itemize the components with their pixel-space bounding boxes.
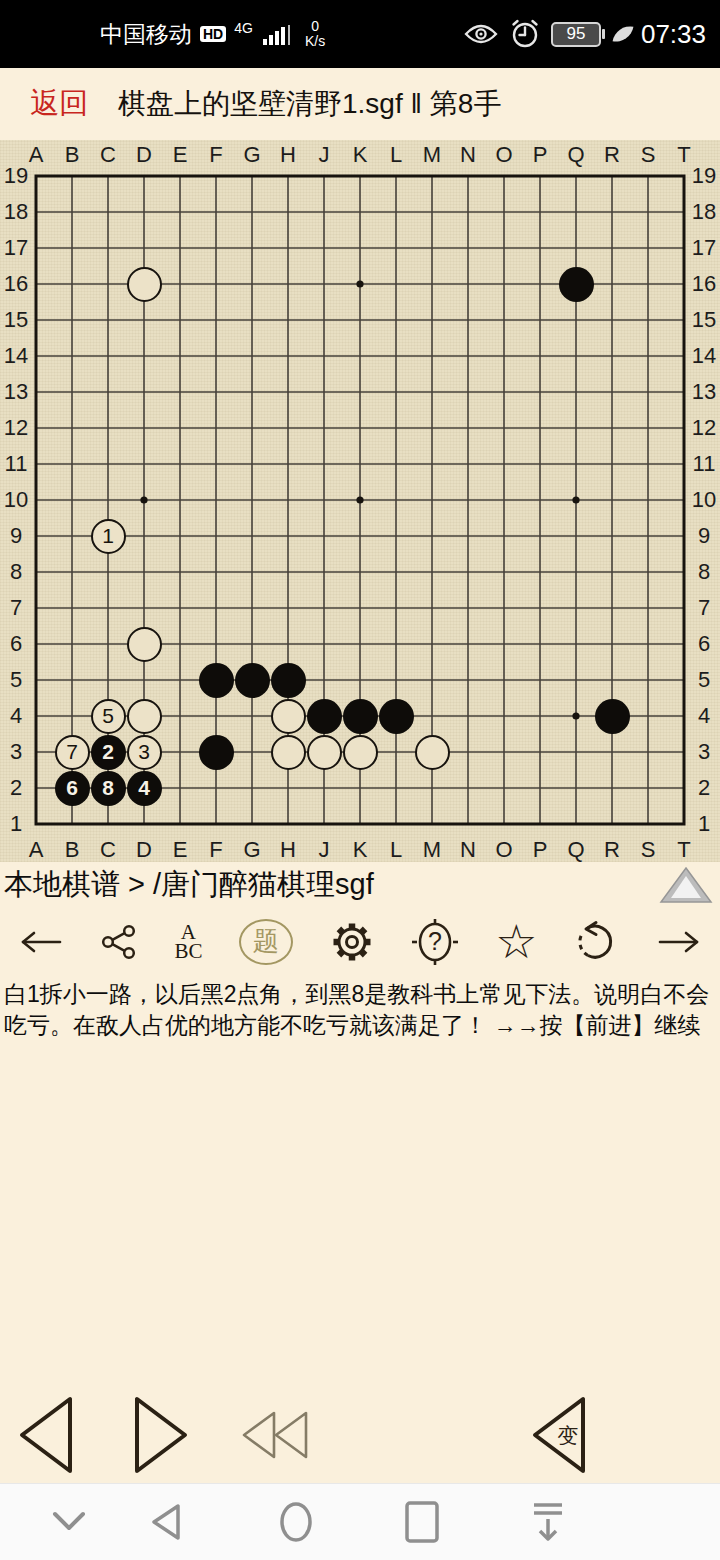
- abc-line2: BC: [174, 942, 202, 961]
- empty-area: [0, 1049, 720, 1387]
- coord-label: 18: [688, 199, 720, 225]
- coord-label: 12: [0, 415, 32, 441]
- coord-label: 4: [0, 703, 32, 729]
- playback-controls: 变: [0, 1387, 720, 1483]
- coord-label: R: [594, 142, 630, 168]
- coord-label: 17: [688, 235, 720, 261]
- stone-D16: [127, 267, 162, 302]
- coord-label: 10: [688, 487, 720, 513]
- coord-label: G: [234, 837, 270, 863]
- coord-label: 11: [0, 451, 32, 477]
- stone-L4: [379, 699, 414, 734]
- power-saving-leaf-icon: [612, 24, 633, 45]
- stone-D6: [127, 627, 162, 662]
- problem-mode-icon[interactable]: 题: [239, 919, 293, 965]
- variation-button[interactable]: 变: [515, 1387, 605, 1483]
- coord-label: H: [270, 837, 306, 863]
- coord-label: 13: [0, 379, 32, 405]
- coord-label: D: [126, 837, 162, 863]
- stone-H3: [271, 735, 306, 770]
- coord-label: L: [378, 142, 414, 168]
- network-type: 4G: [234, 21, 253, 35]
- coord-label: E: [162, 142, 198, 168]
- status-time: 07:33: [641, 19, 706, 50]
- coord-label: G: [234, 142, 270, 168]
- coord-label: N: [450, 142, 486, 168]
- coord-label: P: [522, 142, 558, 168]
- coord-label: K: [342, 837, 378, 863]
- coord-label: F: [198, 142, 234, 168]
- coord-label: 6: [0, 631, 32, 657]
- coord-label: 14: [0, 343, 32, 369]
- stone-Q16: [559, 267, 594, 302]
- coord-label: 9: [0, 523, 32, 549]
- coord-label: Q: [558, 837, 594, 863]
- coord-label: 1: [688, 811, 720, 837]
- stone-K4: [343, 699, 378, 734]
- stone-D3: 3: [127, 735, 162, 770]
- coord-label: 8: [688, 559, 720, 585]
- coord-label: 17: [0, 235, 32, 261]
- coord-label: J: [306, 837, 342, 863]
- coord-label: E: [162, 837, 198, 863]
- coord-label: C: [90, 837, 126, 863]
- battery-percent: 95: [566, 24, 585, 44]
- coord-label: 2: [688, 775, 720, 801]
- coord-label: 14: [688, 343, 720, 369]
- stone-D2: 4: [127, 771, 162, 806]
- favorite-star-icon[interactable]: ☆: [495, 918, 537, 965]
- coord-label: H: [270, 142, 306, 168]
- android-nav-bar: [0, 1483, 720, 1560]
- coord-label: 1: [0, 811, 32, 837]
- stone-J3: [307, 735, 342, 770]
- network-speed: 0 K/s: [305, 19, 325, 49]
- coord-label: S: [630, 142, 666, 168]
- coord-label: N: [450, 837, 486, 863]
- coord-label: 15: [688, 307, 720, 333]
- coord-label: F: [198, 837, 234, 863]
- coord-label: 2: [0, 775, 32, 801]
- coord-label: K: [342, 142, 378, 168]
- stone-J4: [307, 699, 342, 734]
- battery-icon: 95: [551, 22, 605, 47]
- prev-arrow-icon[interactable]: [18, 929, 64, 955]
- stone-H4: [271, 699, 306, 734]
- stone-C9: 1: [91, 519, 126, 554]
- coord-label: 8: [0, 559, 32, 585]
- stone-H5: [271, 663, 306, 698]
- speed-value: 0: [311, 19, 319, 34]
- stone-F3: [199, 735, 234, 770]
- collapse-panel-button[interactable]: [658, 865, 714, 905]
- move-comment: 白1拆小一路，以后黑2点角，到黑8是教科书上常见下法。说明白不会吃亏。在敌人占优…: [0, 975, 720, 1049]
- coord-label: D: [126, 142, 162, 168]
- coord-label: B: [54, 142, 90, 168]
- help-icon[interactable]: ?: [411, 918, 459, 966]
- svg-text:变: 变: [558, 1424, 579, 1447]
- coord-label: 19: [688, 163, 720, 189]
- coord-label: 13: [688, 379, 720, 405]
- breadcrumb-bar: 本地棋谱 > /唐门醉猫棋理sgf: [0, 862, 720, 908]
- coord-label: C: [90, 142, 126, 168]
- coord-label: 11: [688, 451, 720, 477]
- stones-layer[interactable]: 12345678: [18, 158, 702, 842]
- svg-text:?: ?: [428, 927, 442, 955]
- speed-unit: K/s: [305, 34, 325, 49]
- coord-label: 7: [0, 595, 32, 621]
- rewind-to-start-button[interactable]: [228, 1387, 318, 1483]
- nav-recents-icon[interactable]: [394, 1494, 450, 1550]
- coord-label: R: [594, 837, 630, 863]
- title-bar: 返回 棋盘上的坚壁清野1.sgf ‖ 第8手: [0, 68, 720, 140]
- prev-move-button[interactable]: [2, 1387, 92, 1483]
- coord-label: P: [522, 837, 558, 863]
- coord-label: O: [486, 837, 522, 863]
- back-button[interactable]: 返回: [30, 84, 88, 124]
- coord-label: 19: [0, 163, 32, 189]
- stone-R4: [595, 699, 630, 734]
- stone-F5: [199, 663, 234, 698]
- status-bar: 中国移动 HD 4G 0 K/s: [0, 0, 720, 68]
- sgf-title: 棋盘上的坚壁清野1.sgf ‖ 第8手: [118, 85, 501, 123]
- coord-label: 5: [688, 667, 720, 693]
- coord-label: Q: [558, 142, 594, 168]
- coord-label: 15: [0, 307, 32, 333]
- coord-label: S: [630, 837, 666, 863]
- coord-label: 5: [0, 667, 32, 693]
- coord-label: B: [54, 837, 90, 863]
- toolbar: A BC 题 ? ☆: [0, 908, 720, 975]
- coord-label: 3: [0, 739, 32, 765]
- stone-D4: [127, 699, 162, 734]
- nav-back-icon[interactable]: [142, 1494, 198, 1550]
- stone-G5: [235, 663, 270, 698]
- coord-label: 4: [688, 703, 720, 729]
- abc-labels-icon[interactable]: A BC: [174, 923, 202, 961]
- stone-K3: [343, 735, 378, 770]
- stone-C4: 5: [91, 699, 126, 734]
- stone-C3: 2: [91, 735, 126, 770]
- coord-label: L: [378, 837, 414, 863]
- settings-gear-icon[interactable]: [329, 919, 375, 965]
- coord-label: M: [414, 142, 450, 168]
- signal-bars-icon: [261, 21, 291, 47]
- stone-B3: 7: [55, 735, 90, 770]
- coord-label: 10: [0, 487, 32, 513]
- next-move-button[interactable]: [115, 1387, 205, 1483]
- coord-label: 18: [0, 199, 32, 225]
- next-arrow-icon[interactable]: [656, 929, 702, 955]
- carrier-name: 中国移动: [100, 19, 192, 50]
- stone-B2: 6: [55, 771, 90, 806]
- alarm-icon: [508, 17, 542, 51]
- coord-label: J: [306, 142, 342, 168]
- coord-label: O: [486, 142, 522, 168]
- coord-label: 12: [688, 415, 720, 441]
- hide-nav-chevron-icon[interactable]: [41, 1494, 97, 1550]
- eye-protection-icon: [463, 21, 499, 47]
- share-icon[interactable]: [100, 923, 138, 961]
- hd-badge: HD: [200, 26, 226, 42]
- problem-label: 题: [253, 924, 279, 959]
- coord-label: 9: [688, 523, 720, 549]
- coord-label: 7: [688, 595, 720, 621]
- coord-label: M: [414, 837, 450, 863]
- coord-label: 3: [688, 739, 720, 765]
- stone-C2: 8: [91, 771, 126, 806]
- notification-pulldown-icon[interactable]: [520, 1494, 576, 1550]
- coord-label: 16: [688, 271, 720, 297]
- undo-icon[interactable]: [574, 919, 620, 965]
- go-board[interactable]: 12345678 AABBCCDDEEFFGGHHJJKKLLMMNNOOPPQ…: [0, 140, 720, 862]
- coord-label: A: [18, 837, 54, 863]
- stone-M3: [415, 735, 450, 770]
- coord-label: 6: [688, 631, 720, 657]
- breadcrumb: 本地棋谱 > /唐门醉猫棋理sgf: [4, 865, 374, 905]
- nav-home-icon[interactable]: [268, 1494, 324, 1550]
- coord-label: 16: [0, 271, 32, 297]
- coord-label: T: [666, 837, 702, 863]
